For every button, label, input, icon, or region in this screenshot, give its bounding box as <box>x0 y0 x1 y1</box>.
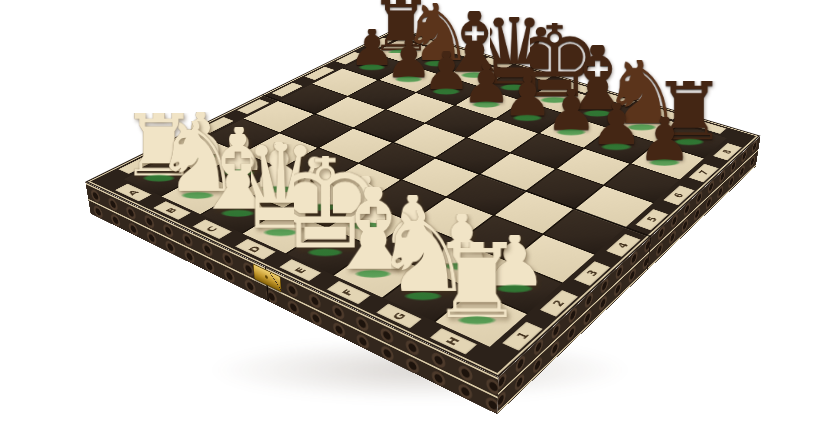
rank-label-1-text: 1 <box>514 331 531 341</box>
square-h1 <box>436 291 527 346</box>
square-f4 <box>448 175 525 215</box>
square-g3 <box>460 216 542 261</box>
square-e1 <box>287 228 372 274</box>
playing-squares <box>124 39 727 347</box>
square-d2 <box>285 186 365 227</box>
rank-label-3-text: 3 <box>584 269 600 278</box>
rank-tile-back-1 <box>119 156 157 174</box>
file-label-c-text: C <box>204 225 219 233</box>
rank-label-2-text: 2 <box>551 298 568 307</box>
square-g2 <box>423 241 508 289</box>
file-label-g-text: G <box>390 311 408 322</box>
square-f5 <box>480 153 554 190</box>
square-e4 <box>403 159 478 197</box>
square-f2 <box>375 222 458 268</box>
square-g5 <box>527 169 603 208</box>
rank-label-5-text: 5 <box>645 216 660 224</box>
file-label-a-text: A <box>126 189 141 196</box>
square-c1 <box>201 191 282 233</box>
square-h3 <box>511 235 594 282</box>
file-label-a: A <box>115 184 152 202</box>
square-e3 <box>367 180 445 220</box>
square-b1 <box>162 174 241 214</box>
rank-label-7-text: 7 <box>697 169 711 176</box>
file-label-b-text: B <box>164 206 179 214</box>
square-f1 <box>334 248 421 297</box>
square-h2 <box>475 262 562 313</box>
square-c2 <box>243 169 321 208</box>
file-label-h-text: H <box>444 335 463 346</box>
file-label-e-text: E <box>292 266 308 275</box>
square-f3 <box>412 198 492 240</box>
square-e2 <box>328 203 409 246</box>
square-h6 <box>605 164 679 202</box>
square-b2 <box>204 153 280 190</box>
square-a1 <box>124 158 201 196</box>
square-h4 <box>545 210 625 254</box>
square-h5 <box>576 186 653 227</box>
square-g4 <box>495 192 573 234</box>
chess-set-photo: ABCDEFGH12345678 ♜♞♝♛♚♝♞♜♟♟♟♟♟♟♟♟♟♟♟♟♟♟♟… <box>0 0 840 447</box>
rank-label-6-text: 6 <box>672 192 686 199</box>
square-d3 <box>324 164 401 202</box>
file-label-d-text: D <box>247 244 264 253</box>
square-d1 <box>243 209 326 253</box>
rank-label-8-text: 8 <box>721 149 735 155</box>
square-g1 <box>383 269 472 321</box>
rank-label-4-text: 4 <box>616 241 632 249</box>
file-label-f-text: F <box>340 288 356 297</box>
